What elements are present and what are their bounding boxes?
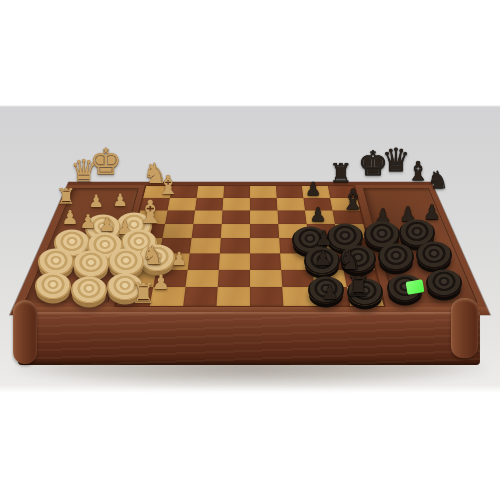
chess-piece-black-pawn: ♟ — [314, 248, 332, 268]
board-square — [195, 198, 223, 211]
chess-piece-black-bishop: ♝ — [406, 158, 429, 184]
board-square — [197, 186, 224, 198]
chess-piece-white-queen: ♛ — [71, 156, 98, 186]
board-square — [219, 253, 250, 269]
board-square — [277, 210, 306, 223]
board-square — [250, 224, 279, 238]
chess-piece-black-knight: ♞ — [427, 168, 449, 192]
board-square — [223, 198, 250, 211]
draughtsman-light — [71, 277, 107, 304]
board-square — [250, 210, 278, 223]
chess-piece-white-pawn: ♟ — [79, 212, 96, 231]
right-corner-post — [451, 298, 478, 358]
chess-piece-white-rook: ♜ — [130, 280, 155, 308]
chess-piece-black-pawn: ♟ — [321, 282, 339, 302]
chess-piece-white-rook: ♜ — [56, 186, 76, 208]
draughtsman-dark — [416, 242, 452, 269]
chess-piece-black-pawn: ♟ — [309, 205, 326, 224]
draughtsman-light — [35, 273, 71, 300]
draughtsman-dark — [426, 270, 462, 297]
draughtsman-dark — [378, 244, 414, 271]
board-square — [250, 287, 283, 306]
board-square — [217, 287, 250, 306]
board-square — [220, 238, 250, 253]
board-square — [250, 198, 277, 211]
board-square — [250, 253, 281, 269]
chess-piece-white-pawn: ♟ — [88, 193, 103, 210]
chess-piece-black-bishop: ♝ — [340, 186, 365, 214]
board-square — [193, 210, 222, 223]
chess-piece-black-pawn: ♟ — [423, 202, 441, 222]
board-square — [250, 186, 277, 198]
board-square — [222, 210, 250, 223]
board-square — [276, 186, 303, 198]
draughtsman-light — [108, 249, 144, 276]
chess-piece-white-knight: ♞ — [141, 242, 164, 268]
box-front-face — [18, 312, 480, 365]
board-square — [277, 198, 305, 211]
chess-piece-black-rook: ♜ — [345, 273, 370, 301]
board-square — [221, 224, 250, 238]
chess-piece-white-pawn: ♟ — [171, 250, 187, 268]
left-corner-post — [13, 300, 37, 364]
chess-piece-black-pawn: ♟ — [305, 180, 321, 198]
draughtsman-light — [38, 249, 74, 276]
chess-piece-white-pawn: ♟ — [112, 192, 127, 209]
chess-piece-white-pawn: ♟ — [61, 208, 78, 227]
board-square — [223, 186, 250, 198]
chess-piece-white-bishop: ♝ — [136, 196, 165, 228]
chess-piece-black-pawn: ♟ — [315, 228, 333, 248]
chess-piece-black-king: ♚ — [358, 146, 388, 180]
chess-piece-white-pawn: ♟ — [98, 215, 115, 234]
board-square — [183, 287, 218, 306]
board-square — [250, 238, 280, 253]
games-box-photo: ♚♛♝♝♞♞♜♜♟♟♟♟♟♟♟♟♜♚♛♝♝♞♞♜♟♟♟♟♟♟♟♟ — [0, 0, 500, 500]
board-square — [250, 270, 282, 287]
draughtsman-light — [73, 251, 109, 278]
board-square — [218, 270, 250, 287]
